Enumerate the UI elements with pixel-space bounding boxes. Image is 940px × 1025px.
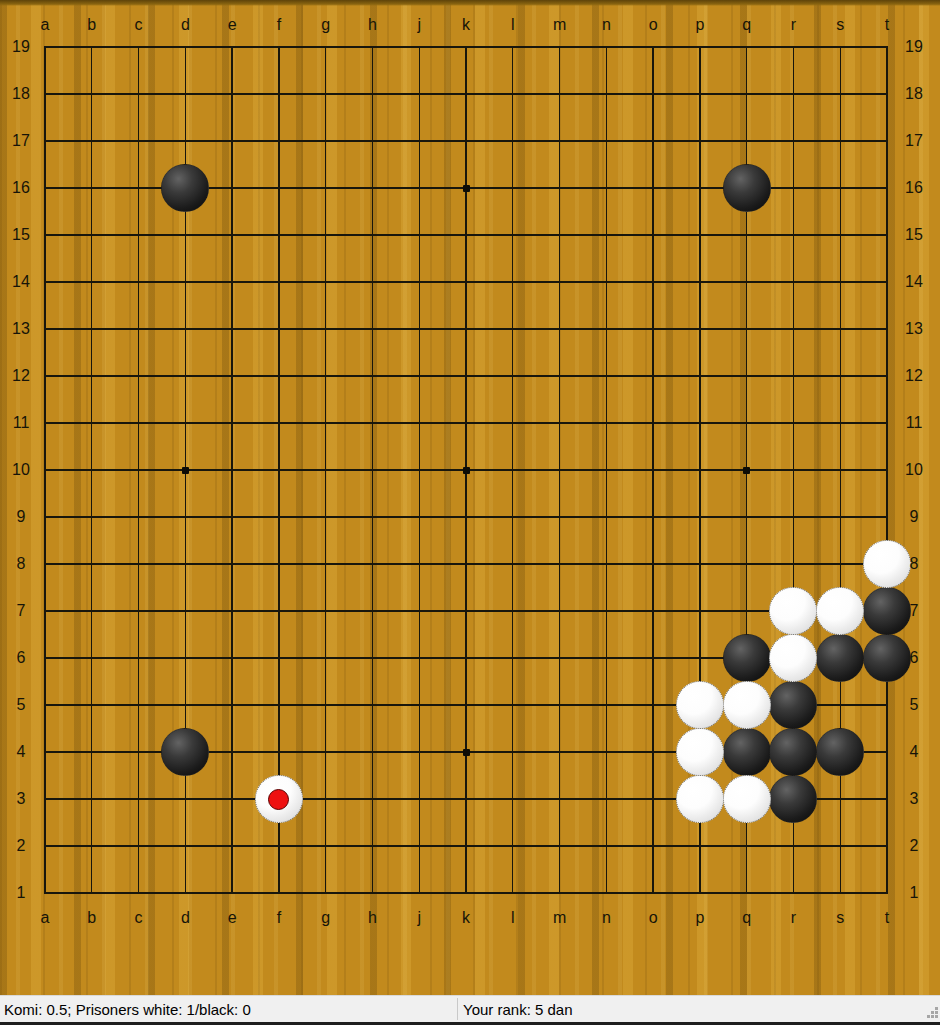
- coord-label-s: s: [836, 909, 844, 927]
- coord-label-17: 17: [905, 132, 923, 150]
- coord-label-f: f: [277, 16, 281, 34]
- stone-black-s6[interactable]: [816, 634, 864, 682]
- coord-label-1: 1: [910, 884, 919, 902]
- coord-label-5: 5: [910, 696, 919, 714]
- stone-black-t6[interactable]: [863, 634, 911, 682]
- coord-label-15: 15: [905, 226, 923, 244]
- coord-label-3: 3: [17, 790, 26, 808]
- coord-label-t: t: [885, 16, 889, 34]
- coord-label-7: 7: [17, 602, 26, 620]
- stone-white-r7[interactable]: [769, 587, 817, 635]
- grid-line-horizontal: [44, 516, 887, 517]
- stone-black-r4[interactable]: [769, 728, 817, 776]
- coord-label-10: 10: [905, 461, 923, 479]
- coord-label-13: 13: [905, 320, 923, 338]
- grid-line-vertical: [886, 46, 889, 895]
- coord-label-6: 6: [910, 649, 919, 667]
- coord-label-11: 11: [906, 414, 923, 432]
- coord-label-l: l: [511, 16, 515, 34]
- coord-label-11: 11: [13, 414, 30, 432]
- coord-label-e: e: [228, 909, 237, 927]
- coord-label-d: d: [181, 16, 190, 34]
- coord-label-6: 6: [17, 649, 26, 667]
- stone-black-q16[interactable]: [723, 164, 771, 212]
- coord-label-18: 18: [12, 85, 30, 103]
- stone-black-q6[interactable]: [723, 634, 771, 682]
- stone-white-f3[interactable]: [255, 775, 303, 823]
- coord-label-4: 4: [910, 743, 919, 761]
- coord-label-3: 3: [910, 790, 919, 808]
- coord-label-9: 9: [17, 508, 26, 526]
- resize-grip-icon[interactable]: [924, 1004, 938, 1018]
- coord-label-j: j: [417, 909, 421, 927]
- board-top-edge: [0, 0, 940, 6]
- stone-white-q5[interactable]: [723, 681, 771, 729]
- coord-label-k: k: [462, 909, 470, 927]
- board-grid: [45, 47, 887, 893]
- coord-label-10: 10: [12, 461, 30, 479]
- coord-label-14: 14: [905, 273, 923, 291]
- coord-label-9: 9: [910, 508, 919, 526]
- grid-line-horizontal: [44, 892, 889, 895]
- coord-label-b: b: [87, 909, 96, 927]
- stone-white-p5[interactable]: [676, 681, 724, 729]
- coord-label-d: d: [181, 909, 190, 927]
- coord-label-o: o: [649, 16, 658, 34]
- star-point-k10: [463, 467, 470, 474]
- status-divider: [457, 998, 458, 1020]
- last-move-marker: [268, 789, 289, 810]
- stone-black-r3[interactable]: [769, 775, 817, 823]
- coord-label-2: 2: [910, 837, 919, 855]
- coord-label-r: r: [791, 909, 796, 927]
- grid-line-horizontal: [44, 610, 887, 611]
- coord-label-k: k: [462, 16, 470, 34]
- grid-line-horizontal: [44, 845, 887, 846]
- stone-black-t7[interactable]: [863, 587, 911, 635]
- stone-white-s7[interactable]: [816, 587, 864, 635]
- stone-white-t8[interactable]: [863, 540, 911, 588]
- coord-label-j: j: [417, 16, 421, 34]
- stone-black-r5[interactable]: [769, 681, 817, 729]
- grid-line-vertical: [512, 46, 513, 893]
- coord-label-m: m: [553, 16, 566, 34]
- coord-label-1: 1: [17, 884, 26, 902]
- coord-label-b: b: [87, 16, 96, 34]
- stone-white-q3[interactable]: [723, 775, 771, 823]
- coord-label-g: g: [321, 909, 330, 927]
- coord-label-n: n: [602, 909, 611, 927]
- coord-label-p: p: [695, 909, 704, 927]
- stone-black-s4[interactable]: [816, 728, 864, 776]
- coord-label-16: 16: [12, 179, 30, 197]
- coord-label-g: g: [321, 16, 330, 34]
- stone-white-p4[interactable]: [676, 728, 724, 776]
- grid-line-horizontal: [44, 563, 887, 564]
- coord-label-p: p: [695, 16, 704, 34]
- coord-label-o: o: [649, 909, 658, 927]
- rank-status: Your rank: 5 dan: [463, 1001, 573, 1018]
- stone-white-p3[interactable]: [676, 775, 724, 823]
- coord-label-t: t: [885, 909, 889, 927]
- star-point-k4: [463, 749, 470, 756]
- coord-label-16: 16: [905, 179, 923, 197]
- grid-line-vertical: [606, 46, 607, 893]
- coord-label-n: n: [602, 16, 611, 34]
- stone-black-d16[interactable]: [161, 164, 209, 212]
- grid-line-vertical: [652, 46, 653, 893]
- coord-label-a: a: [41, 16, 50, 34]
- star-point-k16: [463, 185, 470, 192]
- coord-label-e: e: [228, 16, 237, 34]
- coord-label-14: 14: [12, 273, 30, 291]
- komi-prisoners-status: Komi: 0.5; Prisoners white: 1/black: 0: [4, 1001, 251, 1018]
- coord-label-12: 12: [12, 367, 30, 385]
- coord-label-13: 13: [12, 320, 30, 338]
- coord-label-s: s: [836, 16, 844, 34]
- coord-label-a: a: [41, 909, 50, 927]
- star-point-q10: [743, 467, 750, 474]
- go-app-window: abcdefghjklmnopqrst abcdefghjklmnopqrst …: [0, 0, 940, 1025]
- coord-label-r: r: [791, 16, 796, 34]
- coord-label-8: 8: [17, 555, 26, 573]
- coord-label-h: h: [368, 16, 377, 34]
- coord-label-c: c: [135, 16, 143, 34]
- coord-label-12: 12: [905, 367, 923, 385]
- coord-label-h: h: [368, 909, 377, 927]
- coord-label-f: f: [277, 909, 281, 927]
- coord-label-m: m: [553, 909, 566, 927]
- coord-label-q: q: [742, 909, 751, 927]
- coord-label-15: 15: [12, 226, 30, 244]
- star-point-d10: [182, 467, 189, 474]
- coord-label-l: l: [511, 909, 515, 927]
- stone-black-q4[interactable]: [723, 728, 771, 776]
- coord-label-2: 2: [17, 837, 26, 855]
- coord-label-c: c: [135, 909, 143, 927]
- grid-line-vertical: [559, 46, 560, 893]
- coord-label-19: 19: [905, 38, 923, 56]
- coord-label-19: 19: [12, 38, 30, 56]
- coord-label-q: q: [742, 16, 751, 34]
- coord-label-17: 17: [12, 132, 30, 150]
- status-bar: Komi: 0.5; Prisoners white: 1/black: 0 Y…: [0, 995, 940, 1025]
- stone-white-r6[interactable]: [769, 634, 817, 682]
- coord-label-5: 5: [17, 696, 26, 714]
- stone-black-d4[interactable]: [161, 728, 209, 776]
- goban[interactable]: abcdefghjklmnopqrst abcdefghjklmnopqrst …: [0, 0, 940, 995]
- coord-label-7: 7: [910, 602, 919, 620]
- coord-label-18: 18: [905, 85, 923, 103]
- coord-label-8: 8: [910, 555, 919, 573]
- coord-label-4: 4: [17, 743, 26, 761]
